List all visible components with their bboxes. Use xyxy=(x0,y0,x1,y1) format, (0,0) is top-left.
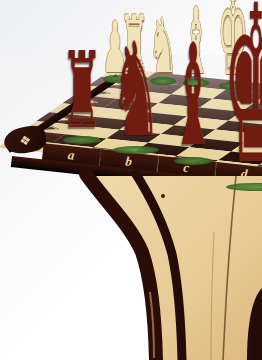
chess-piece-dark-knight: ♞ xyxy=(110,25,161,155)
chess-piece-dark-rook: ♜ xyxy=(61,39,104,145)
chess-piece-dark-king: ♚ xyxy=(223,0,262,195)
chess-table-photo: ◈◈◈◈◈◈◈◈◈ abcd ❖ ♟♜♞♝♚♜♞♝♚ xyxy=(0,0,262,360)
chess-piece-dark-bishop: ♝ xyxy=(171,26,215,166)
wood-knot xyxy=(161,194,165,198)
